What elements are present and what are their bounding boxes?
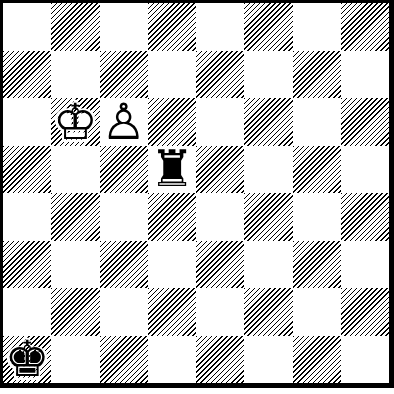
square-a3[interactable]: [3, 241, 51, 289]
square-b5[interactable]: [51, 146, 99, 194]
square-a7[interactable]: [3, 51, 51, 99]
white-king-glyph-icon: ♔: [51, 98, 99, 145]
square-g7[interactable]: [293, 51, 341, 99]
square-f4[interactable]: [244, 193, 292, 241]
square-c6[interactable]: ♟♙: [100, 98, 148, 146]
square-c4[interactable]: [100, 193, 148, 241]
square-f5[interactable]: [244, 146, 292, 194]
square-c2[interactable]: [100, 288, 148, 336]
square-g6[interactable]: [293, 98, 341, 146]
square-g1[interactable]: [293, 336, 341, 384]
square-b3[interactable]: [51, 241, 99, 289]
square-h6[interactable]: [341, 98, 389, 146]
square-a6[interactable]: [3, 98, 51, 146]
square-d2[interactable]: [148, 288, 196, 336]
square-g8[interactable]: [293, 3, 341, 51]
square-d4[interactable]: [148, 193, 196, 241]
square-g2[interactable]: [293, 288, 341, 336]
square-d7[interactable]: [148, 51, 196, 99]
square-c8[interactable]: [100, 3, 148, 51]
chess-diagram-page: ♚♔♟♙♜♜♚♚: [0, 0, 394, 394]
square-a8[interactable]: [3, 3, 51, 51]
square-b4[interactable]: [51, 193, 99, 241]
square-b2[interactable]: [51, 288, 99, 336]
square-g4[interactable]: [293, 193, 341, 241]
chess-board: ♚♔♟♙♜♜♚♚: [0, 0, 394, 388]
square-a1[interactable]: ♚♚: [3, 336, 51, 384]
square-g5[interactable]: [293, 146, 341, 194]
square-c1[interactable]: [100, 336, 148, 384]
black-rook-piece: ♜♜: [148, 146, 196, 193]
square-a4[interactable]: [3, 193, 51, 241]
square-e6[interactable]: [196, 98, 244, 146]
square-d5[interactable]: ♜♜: [148, 146, 196, 194]
square-e5[interactable]: [196, 146, 244, 194]
square-h5[interactable]: [341, 146, 389, 194]
white-pawn-glyph-icon: ♙: [100, 98, 148, 145]
black-rook-glyph-icon: ♜: [148, 146, 196, 193]
white-king-piece: ♚♔: [51, 98, 99, 145]
square-e3[interactable]: [196, 241, 244, 289]
square-f6[interactable]: [244, 98, 292, 146]
square-h1[interactable]: [341, 336, 389, 384]
square-f1[interactable]: [244, 336, 292, 384]
square-h7[interactable]: [341, 51, 389, 99]
square-h3[interactable]: [341, 241, 389, 289]
square-h8[interactable]: [341, 3, 389, 51]
black-king-piece: ♚♚: [3, 336, 51, 383]
square-f3[interactable]: [244, 241, 292, 289]
square-b8[interactable]: [51, 3, 99, 51]
square-h4[interactable]: [341, 193, 389, 241]
square-d8[interactable]: [148, 3, 196, 51]
square-d3[interactable]: [148, 241, 196, 289]
black-king-glyph-icon: ♚: [3, 336, 51, 383]
square-b6[interactable]: ♚♔: [51, 98, 99, 146]
square-g3[interactable]: [293, 241, 341, 289]
square-b1[interactable]: [51, 336, 99, 384]
square-a5[interactable]: [3, 146, 51, 194]
square-c5[interactable]: [100, 146, 148, 194]
square-e7[interactable]: [196, 51, 244, 99]
square-e1[interactable]: [196, 336, 244, 384]
square-e2[interactable]: [196, 288, 244, 336]
square-d1[interactable]: [148, 336, 196, 384]
white-pawn-piece: ♟♙: [100, 98, 148, 145]
square-e4[interactable]: [196, 193, 244, 241]
square-f2[interactable]: [244, 288, 292, 336]
square-f7[interactable]: [244, 51, 292, 99]
square-h2[interactable]: [341, 288, 389, 336]
square-f8[interactable]: [244, 3, 292, 51]
square-c3[interactable]: [100, 241, 148, 289]
square-e8[interactable]: [196, 3, 244, 51]
